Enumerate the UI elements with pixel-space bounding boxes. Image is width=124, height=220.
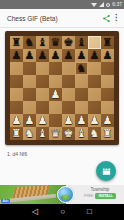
black-rook: ♜ [12, 36, 22, 49]
square-f2[interactable]: ♟ [75, 114, 88, 127]
black-pawn: ♟ [103, 49, 113, 62]
square-a4[interactable] [10, 88, 23, 101]
wifi-icon [91, 3, 97, 7]
square-c8[interactable]: ♝ [36, 36, 49, 49]
square-c4[interactable] [36, 88, 49, 101]
square-d8[interactable]: ♛ [49, 36, 62, 49]
square-a7[interactable]: ♟ [10, 49, 23, 62]
square-e2[interactable]: ♟ [62, 114, 75, 127]
home-icon[interactable]: ○ [60, 208, 65, 216]
square-b1[interactable]: ♞ [23, 127, 36, 140]
android-nav-bar: ◁ ○ □ [0, 204, 124, 220]
overflow-menu-button[interactable]: ⋮ [112, 14, 120, 22]
square-g1[interactable]: ♞ [88, 127, 101, 140]
ads-badge: Ads [1, 199, 10, 204]
white-pawn: ♟ [51, 88, 61, 101]
square-d7[interactable]: ♟ [49, 49, 62, 62]
white-queen: ♛ [51, 127, 61, 140]
square-f8[interactable]: ♝ [75, 36, 88, 49]
black-pawn: ♟ [12, 49, 22, 62]
square-b2[interactable]: ♟ [23, 114, 36, 127]
square-b8[interactable]: ♞ [23, 36, 36, 49]
square-h8[interactable]: ♜ [101, 36, 114, 49]
square-d4[interactable]: ♟ [49, 88, 62, 101]
black-pawn: ♟ [64, 49, 74, 62]
white-rook: ♜ [103, 127, 113, 140]
square-a3[interactable] [10, 101, 23, 114]
white-pawn: ♟ [64, 114, 74, 127]
square-e6[interactable] [62, 62, 75, 75]
black-pawn: ♟ [51, 49, 61, 62]
square-a5[interactable] [10, 75, 23, 88]
square-e5[interactable] [62, 75, 75, 88]
black-bishop: ♝ [38, 36, 48, 49]
install-button[interactable]: INSTALL [95, 193, 116, 199]
square-d1[interactable]: ♛ [49, 127, 62, 140]
square-f3[interactable] [75, 101, 88, 114]
status-bar: 6:37 [0, 0, 124, 9]
square-f4[interactable] [75, 88, 88, 101]
black-knight: ♞ [77, 62, 87, 75]
square-g5[interactable] [88, 75, 101, 88]
white-bishop: ♝ [77, 127, 87, 140]
white-pawn: ♟ [12, 114, 22, 127]
white-pawn: ♟ [90, 114, 100, 127]
ad-banner[interactable]: Ads Township FREE INSTALL [0, 185, 124, 204]
square-e1[interactable]: ♚ [62, 127, 75, 140]
square-b3[interactable] [23, 101, 36, 114]
move-list: 1. d4 Nf6 [7, 151, 27, 157]
share-gif-button[interactable] [100, 12, 112, 24]
chess-board[interactable]: ♜♞♝♛♚♝♜♟♟♟♟♟♟♟♟♞♟♟♟♟♟♟♟♟♜♞♝♛♚♝♞♜ [5, 31, 119, 145]
square-c2[interactable]: ♟ [36, 114, 49, 127]
signal-icon [99, 2, 104, 7]
square-g7[interactable]: ♟ [88, 49, 101, 62]
square-c1[interactable]: ♝ [36, 127, 49, 140]
square-e4[interactable] [62, 88, 75, 101]
ad-text-block: Township FREE INSTALL [78, 187, 122, 199]
black-pawn: ♟ [90, 49, 100, 62]
square-h4[interactable] [101, 88, 114, 101]
create-gif-fab[interactable] [96, 161, 116, 181]
black-rook: ♜ [103, 36, 113, 49]
square-c6[interactable] [36, 62, 49, 75]
square-f5[interactable] [75, 75, 88, 88]
square-a6[interactable] [10, 62, 23, 75]
share-gif-icon [102, 14, 111, 23]
black-bishop: ♝ [77, 36, 87, 49]
black-pawn: ♟ [77, 49, 87, 62]
square-b6[interactable] [23, 62, 36, 75]
app-bar: Chess GIF (Beta) ⋮ [0, 9, 124, 28]
alarm-icon [106, 3, 110, 7]
square-g2[interactable]: ♟ [88, 114, 101, 127]
white-pawn: ♟ [25, 114, 35, 127]
square-c5[interactable] [36, 75, 49, 88]
black-king: ♚ [64, 36, 74, 49]
square-h6[interactable] [101, 62, 114, 75]
white-knight: ♞ [25, 127, 35, 140]
status-time: 6:37 [112, 2, 122, 7]
square-c7[interactable]: ♟ [36, 49, 49, 62]
square-b4[interactable] [23, 88, 36, 101]
white-bishop: ♝ [38, 127, 48, 140]
square-h2[interactable]: ♟ [101, 114, 114, 127]
black-pawn: ♟ [25, 49, 35, 62]
square-a8[interactable]: ♜ [10, 36, 23, 49]
recents-icon[interactable]: □ [87, 208, 92, 216]
black-pawn: ♟ [38, 49, 48, 62]
square-d6[interactable] [49, 62, 62, 75]
movie-icon [101, 166, 112, 177]
square-f6[interactable]: ♞ [75, 62, 88, 75]
white-knight: ♞ [90, 127, 100, 140]
square-a2[interactable]: ♟ [10, 114, 23, 127]
square-e7[interactable]: ♟ [62, 49, 75, 62]
white-king: ♚ [64, 127, 74, 140]
ad-price-label: FREE [84, 194, 93, 198]
black-queen: ♛ [51, 36, 61, 49]
square-d5[interactable] [49, 75, 62, 88]
app-screen: 6:37 Chess GIF (Beta) ⋮ ♜♞♝♛♚♝♜♟♟♟♟♟♟♟♟♞… [0, 0, 124, 220]
white-pawn: ♟ [103, 114, 113, 127]
square-e8[interactable]: ♚ [62, 36, 75, 49]
square-h7[interactable]: ♟ [101, 49, 114, 62]
square-g3[interactable] [88, 101, 101, 114]
square-h3[interactable] [101, 101, 114, 114]
square-h1[interactable]: ♜ [101, 127, 114, 140]
square-g4[interactable] [88, 88, 101, 101]
square-h5[interactable] [101, 75, 114, 88]
square-b7[interactable]: ♟ [23, 49, 36, 62]
square-f1[interactable]: ♝ [75, 127, 88, 140]
white-rook: ♜ [12, 127, 22, 140]
square-g8[interactable] [88, 36, 101, 49]
square-g6[interactable] [88, 62, 101, 75]
square-a1[interactable]: ♜ [10, 127, 23, 140]
ad-app-name: Township [91, 187, 110, 192]
square-f7[interactable]: ♟ [75, 49, 88, 62]
back-icon[interactable]: ◁ [32, 208, 38, 216]
white-pawn: ♟ [38, 114, 48, 127]
ad-app-icon [57, 186, 74, 203]
square-e3[interactable] [62, 101, 75, 114]
black-knight: ♞ [25, 36, 35, 49]
square-d3[interactable] [49, 101, 62, 114]
square-d2[interactable] [49, 114, 62, 127]
square-c3[interactable] [36, 101, 49, 114]
square-b5[interactable] [23, 75, 36, 88]
white-pawn: ♟ [77, 114, 87, 127]
app-title: Chess GIF (Beta) [7, 15, 100, 22]
